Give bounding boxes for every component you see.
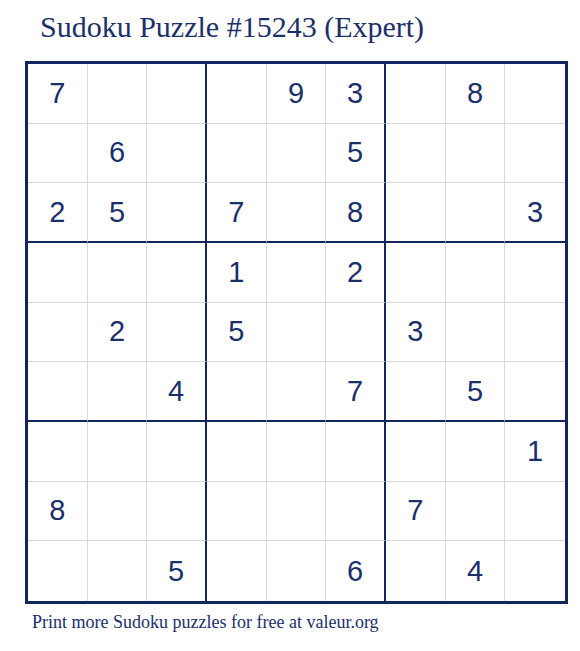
sudoku-cell-r6c9	[505, 362, 565, 422]
sudoku-cell-r6c8: 5	[446, 362, 506, 422]
sudoku-cell-r1c8: 8	[446, 64, 506, 124]
sudoku-cell-r2c3	[147, 124, 207, 184]
sudoku-cell-r1c6: 3	[326, 64, 386, 124]
sudoku-cell-r9c2	[88, 541, 148, 601]
sudoku-cell-r9c5	[267, 541, 327, 601]
sudoku-board: 7938652578312253475187564	[25, 61, 568, 604]
sudoku-cell-r9c1	[28, 541, 88, 601]
sudoku-cell-r4c4: 1	[207, 243, 267, 303]
sudoku-cell-r9c7	[386, 541, 446, 601]
sudoku-cell-r4c3	[147, 243, 207, 303]
sudoku-cell-r3c2: 5	[88, 183, 148, 243]
sudoku-cell-r7c2	[88, 422, 148, 482]
sudoku-cell-r8c4	[207, 482, 267, 542]
sudoku-cell-r2c6: 5	[326, 124, 386, 184]
sudoku-cell-r6c6: 7	[326, 362, 386, 422]
sudoku-cell-r9c6: 6	[326, 541, 386, 601]
sudoku-cell-r7c7	[386, 422, 446, 482]
sudoku-cell-r3c8	[446, 183, 506, 243]
sudoku-cell-r1c1: 7	[28, 64, 88, 124]
sudoku-cell-r8c3	[147, 482, 207, 542]
sudoku-cell-r3c7	[386, 183, 446, 243]
sudoku-cell-r7c4	[207, 422, 267, 482]
page-title: Sudoku Puzzle #15243 (Expert)	[40, 10, 424, 44]
sudoku-cell-r5c3	[147, 303, 207, 363]
sudoku-cell-r8c9	[505, 482, 565, 542]
sudoku-cell-r2c8	[446, 124, 506, 184]
sudoku-cell-r1c4	[207, 64, 267, 124]
sudoku-cell-r6c7	[386, 362, 446, 422]
sudoku-cell-r4c9	[505, 243, 565, 303]
sudoku-cell-r8c5	[267, 482, 327, 542]
sudoku-cell-r5c8	[446, 303, 506, 363]
sudoku-cell-r2c5	[267, 124, 327, 184]
sudoku-page: Sudoku Puzzle #15243 (Expert) 7938652578…	[0, 0, 580, 651]
sudoku-cell-r4c1	[28, 243, 88, 303]
sudoku-cell-r5c1	[28, 303, 88, 363]
sudoku-cell-r5c4: 5	[207, 303, 267, 363]
sudoku-cell-r8c2	[88, 482, 148, 542]
sudoku-cell-r6c3: 4	[147, 362, 207, 422]
sudoku-cell-r7c5	[267, 422, 327, 482]
sudoku-cell-r7c8	[446, 422, 506, 482]
sudoku-cell-r8c7: 7	[386, 482, 446, 542]
sudoku-cell-r5c5	[267, 303, 327, 363]
sudoku-cell-r2c1	[28, 124, 88, 184]
sudoku-cell-r7c3	[147, 422, 207, 482]
sudoku-cell-r8c8	[446, 482, 506, 542]
sudoku-cell-r5c9	[505, 303, 565, 363]
sudoku-cell-r9c4	[207, 541, 267, 601]
sudoku-cell-r7c9: 1	[505, 422, 565, 482]
sudoku-cell-r3c9: 3	[505, 183, 565, 243]
sudoku-cell-r6c5	[267, 362, 327, 422]
sudoku-cell-r1c5: 9	[267, 64, 327, 124]
sudoku-cell-r3c3	[147, 183, 207, 243]
sudoku-cell-r2c9	[505, 124, 565, 184]
sudoku-cell-r2c7	[386, 124, 446, 184]
sudoku-cell-r3c4: 7	[207, 183, 267, 243]
sudoku-cell-r6c2	[88, 362, 148, 422]
sudoku-cell-r1c9	[505, 64, 565, 124]
sudoku-cell-r5c7: 3	[386, 303, 446, 363]
sudoku-cell-r5c2: 2	[88, 303, 148, 363]
sudoku-cell-r7c1	[28, 422, 88, 482]
sudoku-cell-r1c7	[386, 64, 446, 124]
sudoku-cell-r4c7	[386, 243, 446, 303]
sudoku-cell-r8c6	[326, 482, 386, 542]
sudoku-cell-r4c6: 2	[326, 243, 386, 303]
sudoku-cell-r9c8: 4	[446, 541, 506, 601]
sudoku-cell-r3c6: 8	[326, 183, 386, 243]
sudoku-cell-r4c2	[88, 243, 148, 303]
sudoku-cell-r8c1: 8	[28, 482, 88, 542]
sudoku-cell-r2c2: 6	[88, 124, 148, 184]
sudoku-cell-r6c4	[207, 362, 267, 422]
sudoku-cell-r9c9	[505, 541, 565, 601]
sudoku-cell-r4c8	[446, 243, 506, 303]
sudoku-cell-r3c1: 2	[28, 183, 88, 243]
sudoku-cell-r1c3	[147, 64, 207, 124]
sudoku-cell-r3c5	[267, 183, 327, 243]
sudoku-cell-r5c6	[326, 303, 386, 363]
sudoku-cell-r1c2	[88, 64, 148, 124]
footer-credit-text: Print more Sudoku puzzles for free at va…	[32, 612, 379, 633]
sudoku-cell-r7c6	[326, 422, 386, 482]
sudoku-cell-r9c3: 5	[147, 541, 207, 601]
sudoku-cell-r4c5	[267, 243, 327, 303]
sudoku-cell-r2c4	[207, 124, 267, 184]
sudoku-cell-r6c1	[28, 362, 88, 422]
